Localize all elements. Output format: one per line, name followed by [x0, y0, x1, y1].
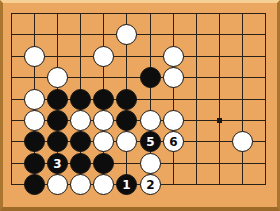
black-stone	[140, 67, 161, 88]
white-stone	[47, 67, 68, 88]
move-6-white-stone: 6	[163, 131, 184, 152]
white-stone	[24, 89, 45, 110]
white-stone	[163, 67, 184, 88]
white-stone	[47, 174, 68, 195]
white-stone	[140, 110, 161, 131]
star-point	[217, 118, 222, 123]
grid-horizontal-line	[11, 34, 266, 35]
black-stone	[47, 89, 68, 110]
white-stone	[93, 131, 114, 152]
black-stone	[70, 89, 91, 110]
white-stone	[93, 174, 114, 195]
white-stone	[24, 110, 45, 131]
black-stone	[24, 131, 45, 152]
move-number-label: 2	[146, 179, 154, 191]
black-stone	[93, 89, 114, 110]
black-stone	[24, 174, 45, 195]
white-stone	[163, 110, 184, 131]
white-stone	[70, 174, 91, 195]
move-number-label: 5	[146, 136, 154, 148]
black-stone	[116, 110, 137, 131]
black-stone	[47, 131, 68, 152]
move-3-black-stone: 3	[47, 153, 68, 174]
black-stone	[47, 110, 68, 131]
white-stone	[116, 131, 137, 152]
white-stone	[93, 110, 114, 131]
black-stone	[116, 89, 137, 110]
white-stone	[232, 131, 253, 152]
white-stone	[140, 153, 161, 174]
move-number-label: 3	[53, 158, 61, 170]
go-diagram: 56312	[0, 0, 280, 211]
move-number-label: 6	[169, 136, 177, 148]
white-stone	[163, 46, 184, 67]
go-board: 56312	[0, 0, 280, 211]
move-1-black-stone: 1	[116, 174, 137, 195]
white-stone	[93, 46, 114, 67]
move-2-white-stone: 2	[140, 174, 161, 195]
grid-horizontal-line	[11, 13, 266, 14]
white-stone	[70, 110, 91, 131]
move-number-label: 1	[122, 179, 130, 191]
black-stone	[24, 153, 45, 174]
black-stone	[93, 153, 114, 174]
black-stone	[70, 131, 91, 152]
grid-horizontal-line	[11, 56, 266, 57]
move-5-black-stone: 5	[140, 131, 161, 152]
black-stone	[70, 153, 91, 174]
white-stone	[24, 46, 45, 67]
white-stone	[116, 24, 137, 45]
